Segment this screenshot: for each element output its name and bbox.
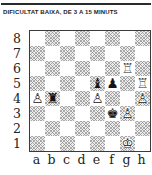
- square-h8: [135, 31, 150, 46]
- square-c7: [60, 46, 75, 61]
- rank-label-7: 7: [0, 46, 26, 61]
- rank-labels: 87654321: [0, 31, 26, 151]
- square-b1: [45, 136, 60, 151]
- square-e5: ♝: [90, 76, 105, 91]
- white-pawn-g3-icon: ♙: [121, 106, 133, 120]
- square-e8: [90, 31, 105, 46]
- file-label-e: e: [89, 152, 104, 168]
- square-f2: [105, 121, 120, 136]
- square-h5: ♖: [135, 76, 150, 91]
- square-f1: [105, 136, 120, 151]
- square-a5: [30, 76, 45, 91]
- rank-label-8: 8: [0, 31, 26, 46]
- square-g4: [120, 91, 135, 106]
- rank-label-5: 5: [0, 76, 26, 91]
- square-c2: [60, 121, 75, 136]
- square-e2: [90, 121, 105, 136]
- black-king-f3-icon: ♚: [106, 106, 118, 120]
- square-c8: [60, 31, 75, 46]
- square-h1: [135, 136, 150, 151]
- square-d7: [75, 46, 90, 61]
- square-a6: [30, 61, 45, 76]
- white-rook-g6-icon: ♖: [121, 61, 133, 75]
- square-h4: ♙: [135, 91, 150, 106]
- square-d6: [75, 61, 90, 76]
- square-f5: ♟: [105, 76, 120, 91]
- square-b3: [45, 106, 60, 121]
- white-king-g1-icon: ♔: [121, 136, 133, 150]
- square-g8: [120, 31, 135, 46]
- white-pawn-a4-icon: ♙: [31, 91, 43, 105]
- white-rook-h5-icon: ♖: [136, 76, 148, 90]
- square-h2: [135, 121, 150, 136]
- file-label-d: d: [74, 152, 89, 168]
- square-g3: ♙: [120, 106, 135, 121]
- square-d3: [75, 106, 90, 121]
- square-c3: [60, 106, 75, 121]
- square-h3: [135, 106, 150, 121]
- square-a7: [30, 46, 45, 61]
- square-e1: [90, 136, 105, 151]
- square-g5: [120, 76, 135, 91]
- square-f6: [105, 61, 120, 76]
- square-a1: [30, 136, 45, 151]
- square-d2: [75, 121, 90, 136]
- square-g6: ♖: [120, 61, 135, 76]
- square-a2: [30, 121, 45, 136]
- file-label-g: g: [119, 152, 134, 168]
- file-label-a: a: [29, 152, 44, 168]
- square-f3: ♚: [105, 106, 120, 121]
- black-bishop-e5-icon: ♝: [91, 76, 103, 90]
- square-h6: [135, 61, 150, 76]
- puzzle-page: DIFICULTAT BAIXA, DE 3 A 15 MINUTS 87654…: [0, 0, 152, 175]
- file-label-c: c: [59, 152, 74, 168]
- black-pawn-f5-icon: ♟: [106, 76, 118, 90]
- square-c1: [60, 136, 75, 151]
- square-e3: [90, 106, 105, 121]
- file-label-b: b: [44, 152, 59, 168]
- square-a8: [30, 31, 45, 46]
- rank-label-3: 3: [0, 106, 26, 121]
- square-f7: [105, 46, 120, 61]
- square-e6: [90, 61, 105, 76]
- black-rook-b4-icon: ♜: [46, 91, 58, 105]
- square-d8: [75, 31, 90, 46]
- square-a3: [30, 106, 45, 121]
- rank-label-1: 1: [0, 136, 26, 151]
- square-b8: [45, 31, 60, 46]
- square-b4: ♜: [45, 91, 60, 106]
- puzzle-title: DIFICULTAT BAIXA, DE 3 A 15 MINUTS: [3, 9, 150, 15]
- square-g1: ♔: [120, 136, 135, 151]
- rank-label-4: 4: [0, 91, 26, 106]
- file-labels: abcdefgh: [29, 152, 149, 168]
- square-g7: [120, 46, 135, 61]
- square-g2: [120, 121, 135, 136]
- square-b5: [45, 76, 60, 91]
- square-d1: [75, 136, 90, 151]
- square-b6: [45, 61, 60, 76]
- square-f8: [105, 31, 120, 46]
- square-h7: [135, 46, 150, 61]
- white-pawn-e4-icon: ♙: [91, 91, 103, 105]
- square-d4: [75, 91, 90, 106]
- chess-board: ♖♝♟♖♙♜♙♙♚♙♔: [29, 30, 151, 152]
- square-c5: [60, 76, 75, 91]
- square-e4: ♙: [90, 91, 105, 106]
- white-pawn-h4-icon: ♙: [136, 91, 148, 105]
- rank-label-6: 6: [0, 61, 26, 76]
- rank-label-2: 2: [0, 121, 26, 136]
- square-c6: [60, 61, 75, 76]
- top-rule-divider: [1, 3, 151, 5]
- square-f4: [105, 91, 120, 106]
- square-d5: [75, 76, 90, 91]
- square-e7: [90, 46, 105, 61]
- square-a4: ♙: [30, 91, 45, 106]
- file-label-h: h: [134, 152, 149, 168]
- square-b7: [45, 46, 60, 61]
- file-label-f: f: [104, 152, 119, 168]
- square-c4: [60, 91, 75, 106]
- square-b2: [45, 121, 60, 136]
